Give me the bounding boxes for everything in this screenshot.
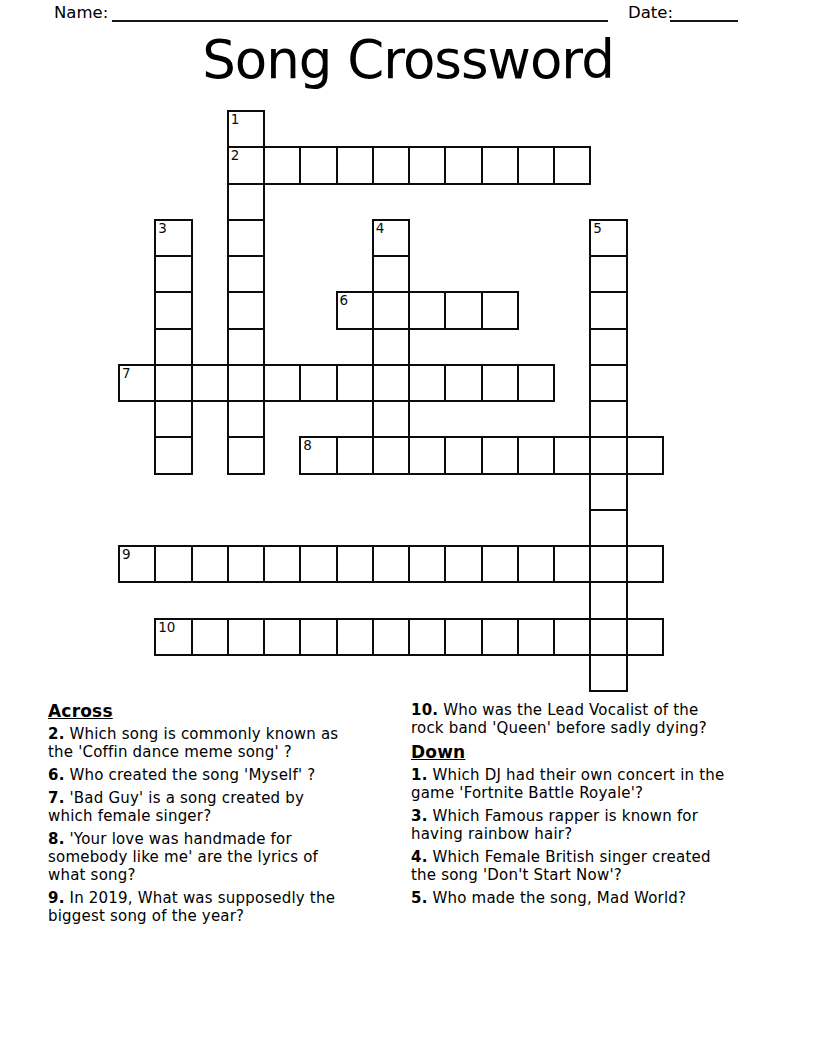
grid-cell-r8c3 bbox=[227, 400, 265, 438]
grid-cell-r4c13 bbox=[589, 255, 627, 293]
grid-cell-r14c11 bbox=[517, 618, 555, 656]
name-write-line bbox=[112, 20, 608, 22]
crossword-grid: 12345678910 bbox=[118, 110, 665, 693]
grid-cell-r12c14 bbox=[626, 545, 664, 583]
grid-cell-r9c7 bbox=[372, 436, 410, 474]
grid-cell-r4c1 bbox=[154, 255, 192, 293]
grid-cell-r12c10 bbox=[481, 545, 519, 583]
grid-cell-r1c7 bbox=[372, 146, 410, 184]
grid-cell-r4c7 bbox=[372, 255, 410, 293]
grid-cell-r5c8 bbox=[408, 291, 446, 329]
grid-cell-r11c13 bbox=[589, 509, 627, 547]
clue-4: 4. Which Female British singer created t… bbox=[411, 848, 733, 884]
grid-cell-r1c11 bbox=[517, 146, 555, 184]
grid-cell-r1c4 bbox=[263, 146, 301, 184]
clue-number-7: 7 bbox=[122, 367, 131, 381]
grid-cell-r14c4 bbox=[263, 618, 301, 656]
grid-cell-r1c5 bbox=[299, 146, 337, 184]
grid-cell-r6c7 bbox=[372, 328, 410, 366]
grid-cell-r6c3 bbox=[227, 328, 265, 366]
clue-7: 7. 'Bad Guy' is a song created by which … bbox=[48, 789, 348, 825]
grid-cell-r14c5 bbox=[299, 618, 337, 656]
grid-cell-r14c2 bbox=[191, 618, 229, 656]
grid-cell-r12c5 bbox=[299, 545, 337, 583]
grid-cell-r14c8 bbox=[408, 618, 446, 656]
clue-number-3: 3 bbox=[158, 222, 167, 236]
grid-cell-r5c7 bbox=[372, 291, 410, 329]
grid-cell-r5c10 bbox=[481, 291, 519, 329]
clue-2: 2. Which song is commonly known as the '… bbox=[48, 725, 348, 761]
grid-cell-r6c13 bbox=[589, 328, 627, 366]
grid-cell-r2c3 bbox=[227, 183, 265, 221]
grid-cell-r12c4 bbox=[263, 545, 301, 583]
clue-10: 10. Who was the Lead Vocalist of the roc… bbox=[411, 701, 733, 737]
grid-cell-r12c13 bbox=[589, 545, 627, 583]
grid-cell-r7c4 bbox=[263, 364, 301, 402]
clue-number-9: 9 bbox=[122, 548, 131, 562]
grid-cell-r9c13 bbox=[589, 436, 627, 474]
down-clues-column: 10. Who was the Lead Vocalist of the roc… bbox=[411, 701, 733, 912]
clue-1: 1. Which DJ had their own concert in the… bbox=[411, 766, 733, 802]
page-title: Song Crossword bbox=[0, 30, 816, 89]
grid-cell-r7c6 bbox=[336, 364, 374, 402]
grid-cell-r14c7 bbox=[372, 618, 410, 656]
grid-cell-r5c13 bbox=[589, 291, 627, 329]
grid-cell-r7c10 bbox=[481, 364, 519, 402]
grid-cell-r12c1 bbox=[154, 545, 192, 583]
clue-number-6: 6 bbox=[340, 294, 349, 308]
grid-cell-r8c7 bbox=[372, 400, 410, 438]
grid-cell-r7c13 bbox=[589, 364, 627, 402]
grid-cell-r6c1 bbox=[154, 328, 192, 366]
grid-cell-r13c13 bbox=[589, 581, 627, 619]
clue-number-5: 5 bbox=[593, 222, 602, 236]
grid-cell-r12c12 bbox=[553, 545, 591, 583]
clue-number-1: 1 bbox=[231, 113, 240, 127]
clue-number-2: 2 bbox=[231, 149, 240, 163]
grid-cell-r9c1 bbox=[154, 436, 192, 474]
clue-number-4: 4 bbox=[376, 222, 385, 236]
grid-cell-r14c3 bbox=[227, 618, 265, 656]
grid-cell-r9c12 bbox=[553, 436, 591, 474]
grid-cell-r7c3 bbox=[227, 364, 265, 402]
grid-cell-r12c6 bbox=[336, 545, 374, 583]
grid-cell-r1c12 bbox=[553, 146, 591, 184]
clue-6: 6. Who created the song 'Myself' ? bbox=[48, 766, 348, 784]
grid-cell-r9c8 bbox=[408, 436, 446, 474]
grid-cell-r7c11 bbox=[517, 364, 555, 402]
grid-cell-r5c3 bbox=[227, 291, 265, 329]
grid-cell-r14c12 bbox=[553, 618, 591, 656]
grid-cell-r9c10 bbox=[481, 436, 519, 474]
grid-cell-r7c7 bbox=[372, 364, 410, 402]
grid-cell-r7c5 bbox=[299, 364, 337, 402]
clue-number-10: 10 bbox=[158, 621, 175, 635]
grid-cell-r9c3 bbox=[227, 436, 265, 474]
grid-cell-r9c14 bbox=[626, 436, 664, 474]
across-clues-column: Across2. Which song is commonly known as… bbox=[48, 701, 348, 930]
grid-cell-r5c9 bbox=[444, 291, 482, 329]
grid-cell-r12c3 bbox=[227, 545, 265, 583]
grid-cell-r14c9 bbox=[444, 618, 482, 656]
grid-cell-r12c11 bbox=[517, 545, 555, 583]
grid-cell-r9c9 bbox=[444, 436, 482, 474]
clue-8: 8. 'Your love was handmade for somebody … bbox=[48, 830, 348, 884]
grid-cell-r7c9 bbox=[444, 364, 482, 402]
grid-cell-r8c1 bbox=[154, 400, 192, 438]
grid-cell-r7c2 bbox=[191, 364, 229, 402]
grid-cell-r1c6 bbox=[336, 146, 374, 184]
grid-cell-r4c3 bbox=[227, 255, 265, 293]
clue-5: 5. Who made the song, Mad World? bbox=[411, 889, 733, 907]
grid-cell-r12c2 bbox=[191, 545, 229, 583]
grid-cell-r7c8 bbox=[408, 364, 446, 402]
grid-cell-r14c10 bbox=[481, 618, 519, 656]
grid-cell-r10c13 bbox=[589, 473, 627, 511]
grid-cell-r8c13 bbox=[589, 400, 627, 438]
grid-cell-r1c8 bbox=[408, 146, 446, 184]
grid-cell-r14c6 bbox=[336, 618, 374, 656]
worksheet-page: Name: Date: Song Crossword 12345678910 A… bbox=[0, 0, 816, 1056]
grid-cell-r9c11 bbox=[517, 436, 555, 474]
down-header: Down bbox=[411, 742, 733, 762]
grid-cell-r5c1 bbox=[154, 291, 192, 329]
grid-cell-r1c9 bbox=[444, 146, 482, 184]
clue-number-8: 8 bbox=[303, 439, 312, 453]
date-write-line bbox=[670, 20, 738, 22]
grid-cell-r12c9 bbox=[444, 545, 482, 583]
clue-3: 3. Which Famous rapper is known for havi… bbox=[411, 807, 733, 843]
grid-cell-r1c10 bbox=[481, 146, 519, 184]
grid-cell-r7c1 bbox=[154, 364, 192, 402]
grid-cell-r12c7 bbox=[372, 545, 410, 583]
clue-9: 9. In 2019, What was supposedly the bigg… bbox=[48, 889, 348, 925]
grid-cell-r9c6 bbox=[336, 436, 374, 474]
grid-cell-r15c13 bbox=[589, 654, 627, 692]
grid-cell-r12c8 bbox=[408, 545, 446, 583]
across-header: Across bbox=[48, 701, 348, 721]
grid-cell-r3c3 bbox=[227, 219, 265, 257]
date-label: Date: bbox=[628, 4, 673, 22]
grid-cell-r14c13 bbox=[589, 618, 627, 656]
name-label: Name: bbox=[54, 4, 108, 22]
grid-cell-r14c14 bbox=[626, 618, 664, 656]
